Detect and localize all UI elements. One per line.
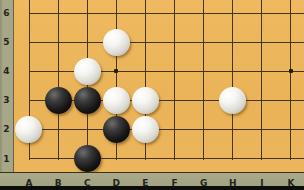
intersection-E2[interactable] <box>131 115 160 144</box>
white-stone-C4[interactable] <box>74 58 101 85</box>
intersection-E3[interactable] <box>131 86 160 115</box>
row-label-3: 3 <box>0 94 13 106</box>
white-stone-H3[interactable] <box>219 87 246 114</box>
intersection-H3[interactable] <box>218 86 247 115</box>
row-label-1: 1 <box>0 153 13 165</box>
intersection-C4[interactable] <box>73 57 102 86</box>
black-stone-C3[interactable] <box>74 87 101 114</box>
intersection-D3[interactable] <box>102 86 131 115</box>
star-point-D4 <box>102 57 131 86</box>
white-stone-E3[interactable] <box>132 87 159 114</box>
white-stone-E2[interactable] <box>132 116 159 143</box>
go-board-grid[interactable] <box>14 0 304 173</box>
go-board-screenshot: ABCDEFGHJK 654321 <box>0 0 304 190</box>
intersection-D5[interactable] <box>102 28 131 57</box>
hoshi-dot <box>289 69 293 73</box>
hoshi-dot <box>114 69 118 73</box>
intersection-C3[interactable] <box>73 86 102 115</box>
white-stone-A2[interactable] <box>15 116 42 143</box>
black-stone-C1[interactable] <box>74 145 101 172</box>
intersection-B3[interactable] <box>44 86 73 115</box>
white-stone-D3[interactable] <box>103 87 130 114</box>
white-stone-D5[interactable] <box>103 29 130 56</box>
intersection-A2[interactable] <box>14 115 43 144</box>
row-label-4: 4 <box>0 65 13 77</box>
bottom-edge-bar <box>0 186 304 190</box>
black-stone-B3[interactable] <box>45 87 72 114</box>
black-stone-D2[interactable] <box>103 116 130 143</box>
intersection-D2[interactable] <box>102 115 131 144</box>
intersection-C1[interactable] <box>73 144 102 173</box>
row-label-6: 6 <box>0 7 13 19</box>
star-point-K4 <box>276 57 304 86</box>
row-label-5: 5 <box>0 36 13 48</box>
row-label-2: 2 <box>0 123 13 135</box>
